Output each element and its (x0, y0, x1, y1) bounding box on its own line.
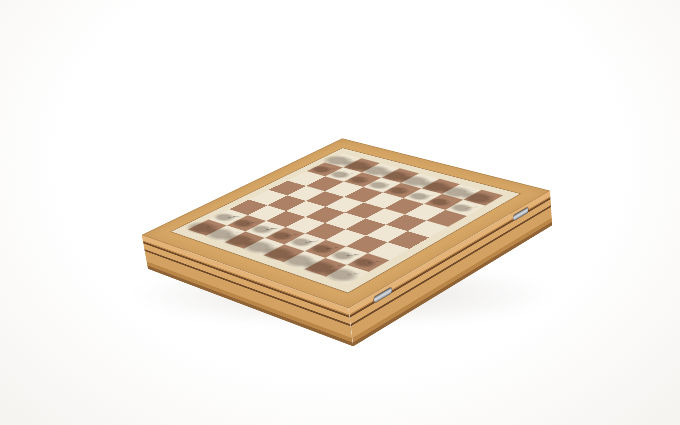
product-photo-scene: ♜♞♝♚♛♝♞♜♟♟♟♟♟♟♟♟♟♟♟♟♟♟♟♟♜♞♝♚♛♝♞♜ (0, 0, 680, 425)
square[interactable]: ♜ (326, 265, 369, 284)
